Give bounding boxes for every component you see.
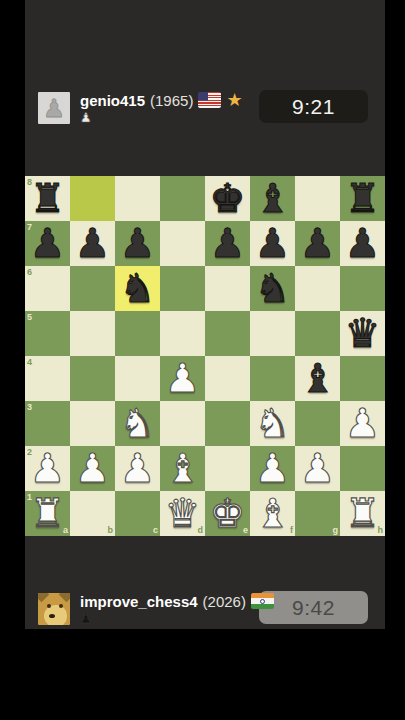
square-b2[interactable]: ♟ <box>70 446 115 491</box>
square-c1[interactable]: c <box>115 491 160 536</box>
file-label-b: b <box>108 525 114 535</box>
square-c2[interactable]: ♟ <box>115 446 160 491</box>
square-c4[interactable] <box>115 356 160 401</box>
rank-label-4: 4 <box>27 357 32 367</box>
player-bottom-name[interactable]: improve_chess4 <box>80 593 198 610</box>
black-pawn-c7[interactable]: ♟ <box>115 221 160 266</box>
square-d2[interactable]: ♝ <box>160 446 205 491</box>
square-a6[interactable]: 6 <box>25 266 70 311</box>
white-queen-d1[interactable]: ♛ <box>160 491 205 536</box>
square-b7[interactable]: ♟ <box>70 221 115 266</box>
white-rook-a1[interactable]: ♜ <box>25 491 70 536</box>
square-g7[interactable]: ♟ <box>295 221 340 266</box>
captured-white-pawn-icon: ♟ <box>80 110 92 125</box>
black-knight-c6[interactable]: ♞ <box>115 266 160 311</box>
pawn-avatar-icon: ♟ <box>43 96 65 121</box>
square-b8[interactable] <box>70 176 115 221</box>
square-g1[interactable]: g <box>295 491 340 536</box>
doge-ear-right <box>59 593 70 602</box>
square-h7[interactable]: ♟ <box>340 221 385 266</box>
square-d8[interactable] <box>160 176 205 221</box>
square-g2[interactable]: ♟ <box>295 446 340 491</box>
square-f1[interactable]: f♝ <box>250 491 295 536</box>
india-flag-icon <box>251 593 274 609</box>
square-c8[interactable] <box>115 176 160 221</box>
square-b6[interactable] <box>70 266 115 311</box>
square-c7[interactable]: ♟ <box>115 221 160 266</box>
white-knight-f3[interactable]: ♞ <box>250 401 295 446</box>
white-bishop-f1[interactable]: ♝ <box>250 491 295 536</box>
square-f6[interactable]: ♞ <box>250 266 295 311</box>
square-g4[interactable]: ♝ <box>295 356 340 401</box>
square-g6[interactable] <box>295 266 340 311</box>
black-knight-f6[interactable]: ♞ <box>250 266 295 311</box>
square-c5[interactable] <box>115 311 160 356</box>
square-f5[interactable] <box>250 311 295 356</box>
square-h8[interactable]: ♜ <box>340 176 385 221</box>
player-bottom-clock: 9:42 <box>259 591 368 624</box>
square-e3[interactable] <box>205 401 250 446</box>
player-bottom-rating: (2026) <box>203 593 246 610</box>
player-top-captured-pieces: ♟ <box>80 110 259 124</box>
white-pawn-a2[interactable]: ♟ <box>25 446 70 491</box>
square-e4[interactable] <box>205 356 250 401</box>
square-e5[interactable] <box>205 311 250 356</box>
square-a2[interactable]: 2♟ <box>25 446 70 491</box>
white-pawn-d4[interactable]: ♟ <box>160 356 205 401</box>
square-h1[interactable]: h♜ <box>340 491 385 536</box>
player-top[interactable]: ♟ genio415 (1965) ★ ♟ 9:21 <box>38 90 368 124</box>
player-bottom-info: improve_chess4 (2026) ♟ <box>80 591 259 625</box>
white-bishop-d2[interactable]: ♝ <box>160 446 205 491</box>
square-d7[interactable] <box>160 221 205 266</box>
player-top-rating: (1965) <box>150 92 193 109</box>
rank-label-6: 6 <box>27 267 32 277</box>
black-bishop-f8[interactable]: ♝ <box>250 176 295 221</box>
black-pawn-g7[interactable]: ♟ <box>295 221 340 266</box>
black-king-e8[interactable]: ♚ <box>205 176 250 221</box>
square-a3[interactable]: 3 <box>25 401 70 446</box>
square-f4[interactable] <box>250 356 295 401</box>
square-b5[interactable] <box>70 311 115 356</box>
chess-board: 8♜♚♝♜7♟♟♟♟♟♟♟6♞♞5♛4♟♝3♞♞♟2♟♟♟♝♟♟1a♜bcd♛e… <box>25 176 385 536</box>
doge-avatar[interactable] <box>38 593 70 625</box>
square-g5[interactable] <box>295 311 340 356</box>
white-pawn-g2[interactable]: ♟ <box>295 446 340 491</box>
square-h4[interactable] <box>340 356 385 401</box>
square-b4[interactable] <box>70 356 115 401</box>
black-rook-h8[interactable]: ♜ <box>340 176 385 221</box>
black-queen-h5[interactable]: ♛ <box>340 311 385 356</box>
square-a7[interactable]: 7♟ <box>25 221 70 266</box>
player-bottom[interactable]: improve_chess4 (2026) ♟ 9:42 <box>38 591 368 625</box>
white-pawn-f2[interactable]: ♟ <box>250 446 295 491</box>
square-c6[interactable]: ♞ <box>115 266 160 311</box>
square-d4[interactable]: ♟ <box>160 356 205 401</box>
black-pawn-b7[interactable]: ♟ <box>70 221 115 266</box>
square-e1[interactable]: e♚ <box>205 491 250 536</box>
black-bishop-g4[interactable]: ♝ <box>295 356 340 401</box>
white-pawn-c2[interactable]: ♟ <box>115 446 160 491</box>
square-h3[interactable]: ♟ <box>340 401 385 446</box>
player-top-avatar[interactable]: ♟ <box>38 92 70 124</box>
square-a1[interactable]: 1a♜ <box>25 491 70 536</box>
white-king-e1[interactable]: ♚ <box>205 491 250 536</box>
white-pawn-b2[interactable]: ♟ <box>70 446 115 491</box>
captured-black-pawn-icon: ♟ <box>80 611 92 626</box>
game-panel: ♟ genio415 (1965) ★ ♟ 9:21 8♜♚♝♜7♟♟♟♟♟♟♟… <box>25 0 385 629</box>
square-c3[interactable]: ♞ <box>115 401 160 446</box>
square-h5[interactable]: ♛ <box>340 311 385 356</box>
white-rook-h1[interactable]: ♜ <box>340 491 385 536</box>
square-b1[interactable]: b <box>70 491 115 536</box>
square-a8[interactable]: 8♜ <box>25 176 70 221</box>
square-f8[interactable]: ♝ <box>250 176 295 221</box>
square-a5[interactable]: 5 <box>25 311 70 356</box>
black-rook-a8[interactable]: ♜ <box>25 176 70 221</box>
black-pawn-a7[interactable]: ♟ <box>25 221 70 266</box>
square-e2[interactable] <box>205 446 250 491</box>
doge-eye-left <box>47 604 51 608</box>
square-a4[interactable]: 4 <box>25 356 70 401</box>
square-b3[interactable] <box>70 401 115 446</box>
white-knight-c3[interactable]: ♞ <box>115 401 160 446</box>
doge-nose <box>49 614 55 618</box>
file-label-c: c <box>153 525 158 535</box>
square-f7[interactable]: ♟ <box>250 221 295 266</box>
square-h2[interactable] <box>340 446 385 491</box>
doge-snout <box>44 605 67 625</box>
square-g3[interactable] <box>295 401 340 446</box>
rank-label-5: 5 <box>27 312 32 322</box>
square-f3[interactable]: ♞ <box>250 401 295 446</box>
player-top-info: genio415 (1965) ★ ♟ <box>80 90 259 124</box>
square-e8[interactable]: ♚ <box>205 176 250 221</box>
black-pawn-f7[interactable]: ♟ <box>250 221 295 266</box>
square-d5[interactable] <box>160 311 205 356</box>
square-d6[interactable] <box>160 266 205 311</box>
player-top-name[interactable]: genio415 <box>80 92 145 109</box>
square-e7[interactable]: ♟ <box>205 221 250 266</box>
player-top-clock: 9:21 <box>259 90 368 123</box>
square-f2[interactable]: ♟ <box>250 446 295 491</box>
us-flag-icon <box>198 92 221 108</box>
square-g8[interactable] <box>295 176 340 221</box>
player-bottom-captured-pieces: ♟ <box>80 611 259 625</box>
white-pawn-h3[interactable]: ♟ <box>340 401 385 446</box>
doge-eye-right <box>59 604 63 608</box>
square-e6[interactable] <box>205 266 250 311</box>
file-label-g: g <box>333 525 339 535</box>
doge-ear-left <box>38 593 49 602</box>
square-h6[interactable] <box>340 266 385 311</box>
square-d3[interactable] <box>160 401 205 446</box>
black-pawn-e7[interactable]: ♟ <box>205 221 250 266</box>
black-pawn-h7[interactable]: ♟ <box>340 221 385 266</box>
rank-label-3: 3 <box>27 402 32 412</box>
star-icon: ★ <box>226 92 242 108</box>
square-d1[interactable]: d♛ <box>160 491 205 536</box>
